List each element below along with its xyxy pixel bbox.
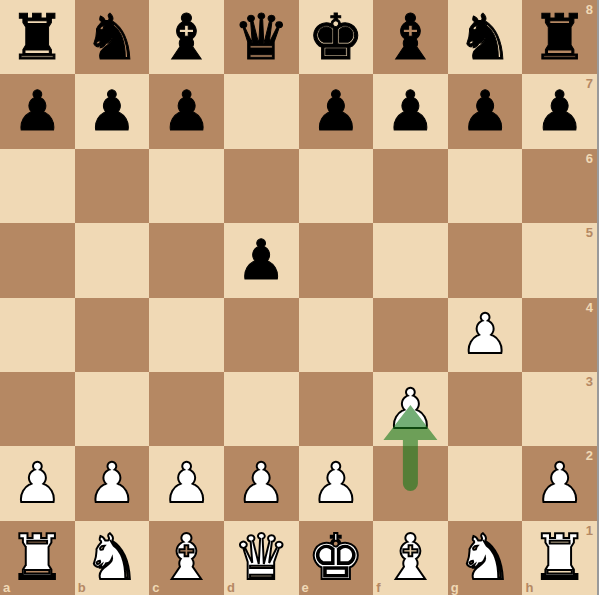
rank-label-3: 3: [586, 375, 593, 388]
square-d4[interactable]: [224, 298, 299, 372]
square-f2[interactable]: [373, 446, 448, 520]
square-b7[interactable]: ♟: [75, 74, 150, 148]
square-f8[interactable]: ♝: [373, 0, 448, 74]
black-rook[interactable]: ♜: [531, 6, 587, 69]
square-g2[interactable]: [448, 446, 523, 520]
square-f5[interactable]: [373, 223, 448, 297]
square-f4[interactable]: [373, 298, 448, 372]
white-knight[interactable]: ♞: [457, 526, 513, 589]
square-b5[interactable]: [75, 223, 150, 297]
square-e3[interactable]: [299, 372, 374, 446]
square-a1[interactable]: ♜a: [0, 521, 75, 595]
square-d5[interactable]: ♟: [224, 223, 299, 297]
black-king[interactable]: ♚: [308, 6, 364, 69]
square-d3[interactable]: [224, 372, 299, 446]
square-h7[interactable]: ♟7: [522, 74, 597, 148]
black-pawn[interactable]: ♟: [87, 84, 136, 139]
square-h3[interactable]: 3: [522, 372, 597, 446]
square-a4[interactable]: [0, 298, 75, 372]
square-f1[interactable]: ♝f: [373, 521, 448, 595]
rank-label-5: 5: [586, 226, 593, 239]
square-e1[interactable]: ♚e: [299, 521, 374, 595]
rank-label-7: 7: [586, 77, 593, 90]
board-container: ♜♞♝♛♚♝♞♜8♟♟♟♟♟♟♟76♟5♟4♟3♟♟♟♟♟♟2♜a♞b♝c♛d♚…: [0, 0, 597, 595]
black-knight[interactable]: ♞: [84, 6, 140, 69]
square-e2[interactable]: ♟: [299, 446, 374, 520]
white-rook[interactable]: ♜: [9, 526, 65, 589]
square-f3[interactable]: ♟: [373, 372, 448, 446]
square-b2[interactable]: ♟: [75, 446, 150, 520]
square-g7[interactable]: ♟: [448, 74, 523, 148]
square-h4[interactable]: 4: [522, 298, 597, 372]
black-queen[interactable]: ♛: [233, 6, 289, 69]
chess-app: ♜♞♝♛♚♝♞♜8♟♟♟♟♟♟♟76♟5♟4♟3♟♟♟♟♟♟2♜a♞b♝c♛d♚…: [0, 0, 599, 595]
white-rook[interactable]: ♜: [531, 526, 587, 589]
black-pawn[interactable]: ♟: [386, 84, 435, 139]
square-e5[interactable]: [299, 223, 374, 297]
square-c2[interactable]: ♟: [149, 446, 224, 520]
square-h1[interactable]: ♜1h: [522, 521, 597, 595]
black-knight[interactable]: ♞: [457, 6, 513, 69]
square-a5[interactable]: [0, 223, 75, 297]
square-b4[interactable]: [75, 298, 150, 372]
rank-label-6: 6: [586, 152, 593, 165]
square-d2[interactable]: ♟: [224, 446, 299, 520]
square-b8[interactable]: ♞: [75, 0, 150, 74]
black-pawn[interactable]: ♟: [460, 84, 509, 139]
square-c8[interactable]: ♝: [149, 0, 224, 74]
square-c5[interactable]: [149, 223, 224, 297]
black-pawn[interactable]: ♟: [162, 84, 211, 139]
black-pawn[interactable]: ♟: [311, 84, 360, 139]
white-queen[interactable]: ♛: [233, 526, 289, 589]
square-c4[interactable]: [149, 298, 224, 372]
square-e4[interactable]: [299, 298, 374, 372]
white-pawn[interactable]: ♟: [87, 456, 136, 511]
square-g6[interactable]: [448, 149, 523, 223]
square-d6[interactable]: [224, 149, 299, 223]
square-d1[interactable]: ♛d: [224, 521, 299, 595]
white-king[interactable]: ♚: [308, 526, 364, 589]
square-a6[interactable]: [0, 149, 75, 223]
square-c6[interactable]: [149, 149, 224, 223]
square-f7[interactable]: ♟: [373, 74, 448, 148]
white-bishop[interactable]: ♝: [158, 526, 214, 589]
black-pawn[interactable]: ♟: [13, 84, 62, 139]
black-bishop[interactable]: ♝: [382, 6, 438, 69]
white-pawn[interactable]: ♟: [162, 456, 211, 511]
black-rook[interactable]: ♜: [9, 6, 65, 69]
square-g1[interactable]: ♞g: [448, 521, 523, 595]
white-pawn[interactable]: ♟: [535, 456, 584, 511]
square-d7[interactable]: [224, 74, 299, 148]
black-pawn[interactable]: ♟: [535, 84, 584, 139]
square-g4[interactable]: ♟: [448, 298, 523, 372]
square-d8[interactable]: ♛: [224, 0, 299, 74]
chess-board[interactable]: ♜♞♝♛♚♝♞♜8♟♟♟♟♟♟♟76♟5♟4♟3♟♟♟♟♟♟2♜a♞b♝c♛d♚…: [0, 0, 597, 595]
square-h8[interactable]: ♜8: [522, 0, 597, 74]
square-b3[interactable]: [75, 372, 150, 446]
black-bishop[interactable]: ♝: [158, 6, 214, 69]
square-h6[interactable]: 6: [522, 149, 597, 223]
square-g3[interactable]: [448, 372, 523, 446]
white-bishop[interactable]: ♝: [382, 526, 438, 589]
square-c3[interactable]: [149, 372, 224, 446]
square-a2[interactable]: ♟: [0, 446, 75, 520]
square-c7[interactable]: ♟: [149, 74, 224, 148]
white-knight[interactable]: ♞: [84, 526, 140, 589]
square-c1[interactable]: ♝c: [149, 521, 224, 595]
file-label-f: f: [376, 581, 380, 594]
rank-label-2: 2: [586, 449, 593, 462]
square-b6[interactable]: [75, 149, 150, 223]
square-e6[interactable]: [299, 149, 374, 223]
square-f6[interactable]: [373, 149, 448, 223]
white-pawn[interactable]: ♟: [311, 456, 360, 511]
square-g5[interactable]: [448, 223, 523, 297]
square-e8[interactable]: ♚: [299, 0, 374, 74]
square-a3[interactable]: [0, 372, 75, 446]
square-e7[interactable]: ♟: [299, 74, 374, 148]
white-pawn[interactable]: ♟: [460, 307, 509, 362]
white-pawn[interactable]: ♟: [386, 382, 435, 437]
square-a8[interactable]: ♜: [0, 0, 75, 74]
square-h5[interactable]: 5: [522, 223, 597, 297]
white-pawn[interactable]: ♟: [237, 456, 286, 511]
white-pawn[interactable]: ♟: [13, 456, 62, 511]
rank-label-4: 4: [586, 301, 593, 314]
square-a7[interactable]: ♟: [0, 74, 75, 148]
black-pawn[interactable]: ♟: [237, 233, 286, 288]
square-h2[interactable]: ♟2: [522, 446, 597, 520]
square-g8[interactable]: ♞: [448, 0, 523, 74]
square-b1[interactable]: ♞b: [75, 521, 150, 595]
